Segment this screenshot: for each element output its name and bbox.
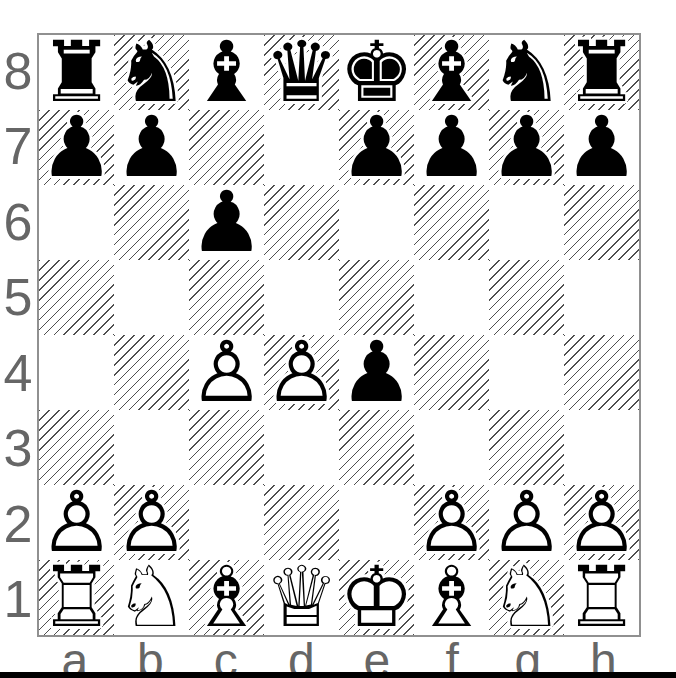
square-h7[interactable]: ♟♟: [564, 110, 639, 185]
piece-white-pawn: ♙: [189, 335, 264, 410]
piece-black-knight: ♞: [114, 35, 189, 110]
piece-white-queen: ♕: [264, 560, 339, 635]
square-e1[interactable]: ♚♔: [339, 560, 414, 635]
piece-silhouette: ♚: [339, 35, 414, 110]
piece-black-pawn: ♟: [564, 110, 639, 185]
piece-silhouette: ♞: [114, 560, 189, 635]
piece-silhouette: ♟: [339, 110, 414, 185]
piece-silhouette: ♟: [189, 335, 264, 410]
square-a1[interactable]: ♜♖: [39, 560, 114, 635]
piece-silhouette: ♚: [339, 560, 414, 635]
piece-black-rook: ♜: [39, 35, 114, 110]
square-c6[interactable]: ♟♟: [189, 185, 264, 260]
square-h1[interactable]: ♜♖: [564, 560, 639, 635]
piece-silhouette: ♟: [264, 335, 339, 410]
piece-silhouette: ♝: [189, 560, 264, 635]
piece-black-pawn: ♟: [39, 110, 114, 185]
square-e7[interactable]: ♟♟: [339, 110, 414, 185]
piece-silhouette: ♜: [564, 560, 639, 635]
piece-silhouette: ♟: [339, 335, 414, 410]
piece-black-pawn: ♟: [189, 185, 264, 260]
square-h8[interactable]: ♜♜: [564, 35, 639, 110]
square-e8[interactable]: ♚♚: [339, 35, 414, 110]
square-d3[interactable]: [264, 410, 339, 485]
square-c2[interactable]: [189, 485, 264, 560]
square-e5[interactable]: [339, 260, 414, 335]
square-d1[interactable]: ♛♕: [264, 560, 339, 635]
rank-label-6: 6: [0, 184, 36, 260]
square-e6[interactable]: [339, 185, 414, 260]
piece-black-pawn: ♟: [114, 110, 189, 185]
piece-silhouette: ♜: [564, 35, 639, 110]
piece-silhouette: ♟: [564, 485, 639, 560]
square-g5[interactable]: [489, 260, 564, 335]
square-f1[interactable]: ♝♗: [414, 560, 489, 635]
square-c8[interactable]: ♝♝: [189, 35, 264, 110]
piece-white-rook: ♖: [39, 560, 114, 635]
square-h3[interactable]: [564, 410, 639, 485]
piece-black-queen: ♛: [264, 35, 339, 110]
rank-label-1: 1: [0, 562, 36, 638]
square-d6[interactable]: [264, 185, 339, 260]
piece-silhouette: ♟: [564, 110, 639, 185]
square-d4[interactable]: ♟♙: [264, 335, 339, 410]
rank-label-3: 3: [0, 411, 36, 487]
square-c4[interactable]: ♟♙: [189, 335, 264, 410]
piece-white-knight: ♘: [489, 560, 564, 635]
piece-black-pawn: ♟: [339, 110, 414, 185]
square-g7[interactable]: ♟♟: [489, 110, 564, 185]
piece-black-pawn: ♟: [489, 110, 564, 185]
square-b6[interactable]: [114, 185, 189, 260]
square-a4[interactable]: [39, 335, 114, 410]
square-g6[interactable]: [489, 185, 564, 260]
square-h4[interactable]: [564, 335, 639, 410]
chess-diagram: 87654321 ♜♜♞♞♝♝♛♛♚♚♝♝♞♞♜♜♟♟♟♟♟♟♟♟♟♟♟♟♟♟♟…: [0, 0, 676, 678]
square-f2[interactable]: ♟♙: [414, 485, 489, 560]
piece-silhouette: ♞: [114, 35, 189, 110]
rank-label-7: 7: [0, 109, 36, 185]
rank-label-5: 5: [0, 260, 36, 336]
square-h5[interactable]: [564, 260, 639, 335]
piece-black-knight: ♞: [489, 35, 564, 110]
piece-silhouette: ♝: [414, 35, 489, 110]
square-g1[interactable]: ♞♘: [489, 560, 564, 635]
square-a5[interactable]: [39, 260, 114, 335]
piece-silhouette: ♟: [414, 485, 489, 560]
square-b8[interactable]: ♞♞: [114, 35, 189, 110]
square-f6[interactable]: [414, 185, 489, 260]
rank-labels: 87654321: [0, 33, 36, 637]
square-e4[interactable]: ♟♟: [339, 335, 414, 410]
square-f4[interactable]: [414, 335, 489, 410]
square-d7[interactable]: [264, 110, 339, 185]
square-c7[interactable]: [189, 110, 264, 185]
square-c3[interactable]: [189, 410, 264, 485]
piece-white-rook: ♖: [564, 560, 639, 635]
piece-silhouette: ♞: [489, 35, 564, 110]
piece-silhouette: ♛: [264, 560, 339, 635]
square-c1[interactable]: ♝♗: [189, 560, 264, 635]
square-d2[interactable]: [264, 485, 339, 560]
piece-silhouette: ♟: [189, 185, 264, 260]
piece-silhouette: ♟: [489, 485, 564, 560]
square-a7[interactable]: ♟♟: [39, 110, 114, 185]
square-g3[interactable]: [489, 410, 564, 485]
piece-silhouette: ♟: [489, 110, 564, 185]
rank-label-2: 2: [0, 486, 36, 562]
piece-black-rook: ♜: [564, 35, 639, 110]
piece-silhouette: ♝: [189, 35, 264, 110]
piece-black-pawn: ♟: [414, 110, 489, 185]
piece-white-bishop: ♗: [414, 560, 489, 635]
bottom-divider-bar: [0, 672, 676, 678]
square-b5[interactable]: [114, 260, 189, 335]
piece-white-pawn: ♙: [414, 485, 489, 560]
square-g4[interactable]: [489, 335, 564, 410]
piece-silhouette: ♞: [489, 560, 564, 635]
file-labels: abcdefgh: [37, 637, 641, 673]
square-b1[interactable]: ♞♘: [114, 560, 189, 635]
square-a2[interactable]: ♟♙: [39, 485, 114, 560]
piece-white-pawn: ♙: [564, 485, 639, 560]
square-a3[interactable]: [39, 410, 114, 485]
chess-board: ♜♜♞♞♝♝♛♛♚♚♝♝♞♞♜♜♟♟♟♟♟♟♟♟♟♟♟♟♟♟♟♙♟♙♟♟♟♙♟♙…: [37, 33, 641, 637]
piece-silhouette: ♟: [414, 110, 489, 185]
square-b2[interactable]: ♟♙: [114, 485, 189, 560]
square-b3[interactable]: [114, 410, 189, 485]
piece-silhouette: ♟: [114, 110, 189, 185]
piece-silhouette: ♜: [39, 560, 114, 635]
piece-silhouette: ♝: [414, 560, 489, 635]
square-e2[interactable]: [339, 485, 414, 560]
square-a8[interactable]: ♜♜: [39, 35, 114, 110]
square-f8[interactable]: ♝♝: [414, 35, 489, 110]
piece-silhouette: ♛: [264, 35, 339, 110]
piece-white-pawn: ♙: [39, 485, 114, 560]
square-d8[interactable]: ♛♛: [264, 35, 339, 110]
square-h6[interactable]: [564, 185, 639, 260]
rank-label-8: 8: [0, 33, 36, 109]
piece-black-bishop: ♝: [189, 35, 264, 110]
piece-silhouette: ♟: [114, 485, 189, 560]
square-a6[interactable]: [39, 185, 114, 260]
piece-white-pawn: ♙: [264, 335, 339, 410]
piece-white-king: ♔: [339, 560, 414, 635]
piece-white-bishop: ♗: [189, 560, 264, 635]
piece-silhouette: ♟: [39, 110, 114, 185]
square-d5[interactable]: [264, 260, 339, 335]
piece-silhouette: ♜: [39, 35, 114, 110]
piece-white-pawn: ♙: [489, 485, 564, 560]
piece-black-king: ♚: [339, 35, 414, 110]
square-f3[interactable]: [414, 410, 489, 485]
square-b7[interactable]: ♟♟: [114, 110, 189, 185]
square-c5[interactable]: [189, 260, 264, 335]
piece-black-pawn: ♟: [339, 335, 414, 410]
square-e3[interactable]: [339, 410, 414, 485]
square-b4[interactable]: [114, 335, 189, 410]
square-h2[interactable]: ♟♙: [564, 485, 639, 560]
rank-label-4: 4: [0, 335, 36, 411]
square-f5[interactable]: [414, 260, 489, 335]
square-g8[interactable]: ♞♞: [489, 35, 564, 110]
piece-black-bishop: ♝: [414, 35, 489, 110]
piece-white-knight: ♘: [114, 560, 189, 635]
square-f7[interactable]: ♟♟: [414, 110, 489, 185]
piece-silhouette: ♟: [39, 485, 114, 560]
piece-white-pawn: ♙: [114, 485, 189, 560]
square-g2[interactable]: ♟♙: [489, 485, 564, 560]
